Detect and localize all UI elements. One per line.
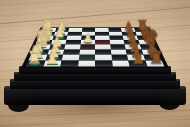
square-a3: [60, 60, 78, 66]
square-a6: [112, 60, 130, 66]
square-a8: ♜: [145, 60, 164, 66]
board-grid: ♜♟♟♜♞♟♟♞♝♟♟♝♚♟♟♚♛♟♟♛♝♟♟♝♞♟♟♞♜♟♟♜: [26, 28, 165, 66]
white-pawn-e4: ♟: [80, 32, 95, 45]
square-a4: [78, 60, 95, 66]
square-e4: ♟: [80, 40, 95, 45]
white-rook-a1: ♜: [26, 49, 43, 67]
white-pawn-a2: ♟: [43, 52, 60, 67]
black-pawn-a7: ♟: [130, 52, 147, 67]
square-a7: ♟: [128, 60, 147, 66]
square-a2: ♟: [43, 60, 62, 66]
board-frame: ♜♟♟♜♞♟♟♞♝♟♟♝♚♟♟♚♛♟♟♛♝♟♟♝♞♟♟♞♜♟♟♜: [21, 27, 169, 68]
chess-set-photo: ♜♟♟♜♞♟♟♞♝♟♟♝♚♟♟♚♛♟♟♛♝♟♟♝♞♟♟♞♜♟♟♜: [0, 0, 190, 127]
square-a5: [95, 60, 112, 66]
black-rook-a8: ♜: [147, 49, 164, 67]
chess-board: ♜♟♟♜♞♟♟♞♝♟♟♝♚♟♟♚♛♟♟♛♝♟♟♝♞♟♟♞♜♟♟♜: [21, 27, 169, 68]
square-a1: ♜: [26, 60, 45, 66]
